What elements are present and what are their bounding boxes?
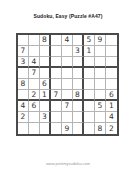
sudoku-cell-r9c7 (84, 123, 95, 134)
sudoku-cell-r7c8: 5 (95, 101, 106, 112)
sudoku-cell-r1c6 (73, 35, 84, 46)
sudoku-cell-r9c8: 8 (95, 123, 106, 134)
sudoku-cell-r6c9: 6 (106, 90, 117, 101)
sudoku-cell-r2c7: 1 (84, 46, 95, 57)
sudoku-sheet: Sudoku, Easy (Puzzle #A47) 8459731347862… (0, 0, 136, 176)
sudoku-cell-r1c3: 8 (40, 35, 51, 46)
sudoku-cell-r6c4: 7 (51, 90, 62, 101)
sudoku-cell-r9c5: 9 (62, 123, 73, 134)
sudoku-cell-r3c2: 4 (29, 57, 40, 68)
sudoku-cell-r5c6 (73, 79, 84, 90)
sudoku-cell-r6c7 (84, 90, 95, 101)
sudoku-cell-r7c3 (40, 101, 51, 112)
sudoku-cell-r7c9: 1 (106, 101, 117, 112)
sudoku-cell-r8c5 (62, 112, 73, 123)
sudoku-cell-r8c3: 3 (40, 112, 51, 123)
sudoku-cell-r2c9 (106, 46, 117, 57)
sudoku-cell-r4c4 (51, 68, 62, 79)
sudoku-cell-r1c9 (106, 35, 117, 46)
sudoku-cell-r4c9 (106, 68, 117, 79)
sudoku-cell-r8c2 (29, 112, 40, 123)
sudoku-cell-r1c7: 5 (84, 35, 95, 46)
sudoku-cell-r4c5 (62, 68, 73, 79)
sudoku-cell-r8c8 (95, 112, 106, 123)
sudoku-cell-r7c1: 4 (18, 101, 29, 112)
sudoku-cell-r1c8: 9 (95, 35, 106, 46)
sudoku-cell-r9c2 (29, 123, 40, 134)
sudoku-cell-r6c2: 2 (29, 90, 40, 101)
sudoku-cell-r5c3: 6 (40, 79, 51, 90)
sudoku-cell-r4c8 (95, 68, 106, 79)
sudoku-cell-r7c7 (84, 101, 95, 112)
sudoku-cell-r8c9: 4 (106, 112, 117, 123)
sudoku-cell-r3c7 (84, 57, 95, 68)
sudoku-cell-r5c5 (62, 79, 73, 90)
sudoku-cell-r8c6 (73, 112, 84, 123)
sudoku-cell-r8c7 (84, 112, 95, 123)
sudoku-cell-r1c4 (51, 35, 62, 46)
sudoku-cell-r2c8 (95, 46, 106, 57)
sudoku-cell-r5c2 (29, 79, 40, 90)
sudoku-cell-r7c4 (51, 101, 62, 112)
sudoku-cell-r6c6: 8 (73, 90, 84, 101)
sudoku-cell-r3c5 (62, 57, 73, 68)
sudoku-cell-r3c3 (40, 57, 51, 68)
sudoku-cell-r9c3 (40, 123, 51, 134)
sudoku-cell-r5c9 (106, 79, 117, 90)
sudoku-cell-r7c6 (73, 101, 84, 112)
sudoku-cell-r4c2: 7 (29, 68, 40, 79)
sudoku-cell-r3c9 (106, 57, 117, 68)
sudoku-cell-r1c5: 4 (62, 35, 73, 46)
sudoku-cell-r2c1: 7 (18, 46, 29, 57)
sudoku-cell-r2c4 (51, 46, 62, 57)
sudoku-cell-r6c5 (62, 90, 73, 101)
sudoku-cell-r5c8 (95, 79, 106, 90)
sudoku-cell-r2c3 (40, 46, 51, 57)
sudoku-cell-r3c1: 3 (18, 57, 29, 68)
sudoku-cell-r5c4 (51, 79, 62, 90)
sudoku-cell-r4c6 (73, 68, 84, 79)
sudoku-cell-r9c1 (18, 123, 29, 134)
sudoku-cell-r4c1 (18, 68, 29, 79)
sudoku-cell-r6c8 (95, 90, 106, 101)
sudoku-cell-r8c1: 2 (18, 112, 29, 123)
sudoku-cell-r2c2 (29, 46, 40, 57)
sudoku-cell-r2c6: 3 (73, 46, 84, 57)
sudoku-cell-r3c4 (51, 57, 62, 68)
sudoku-cell-r9c9: 2 (106, 123, 117, 134)
page-title: Sudoku, Easy (Puzzle #A47) (0, 13, 136, 19)
sudoku-cell-r5c1: 8 (18, 79, 29, 90)
sudoku-cell-r2c5 (62, 46, 73, 57)
sudoku-cell-r7c2: 6 (29, 101, 40, 112)
sudoku-board: 8459731347862178646751234982 (16, 33, 119, 136)
sudoku-cell-r6c1 (18, 90, 29, 101)
sudoku-cell-r4c3 (40, 68, 51, 79)
sudoku-cell-r3c8 (95, 57, 106, 68)
sudoku-cell-r1c2 (29, 35, 40, 46)
sudoku-cell-r7c5: 7 (62, 101, 73, 112)
sudoku-cell-r9c6 (73, 123, 84, 134)
sudoku-cell-r6c3: 1 (40, 90, 51, 101)
sudoku-cell-r1c1 (18, 35, 29, 46)
sudoku-cell-r9c4 (51, 123, 62, 134)
footer-url: www.printmysudoku.com (0, 161, 136, 166)
sudoku-cell-r8c4 (51, 112, 62, 123)
sudoku-cell-r3c6 (73, 57, 84, 68)
sudoku-cell-r4c7 (84, 68, 95, 79)
sudoku-cell-r5c7 (84, 79, 95, 90)
